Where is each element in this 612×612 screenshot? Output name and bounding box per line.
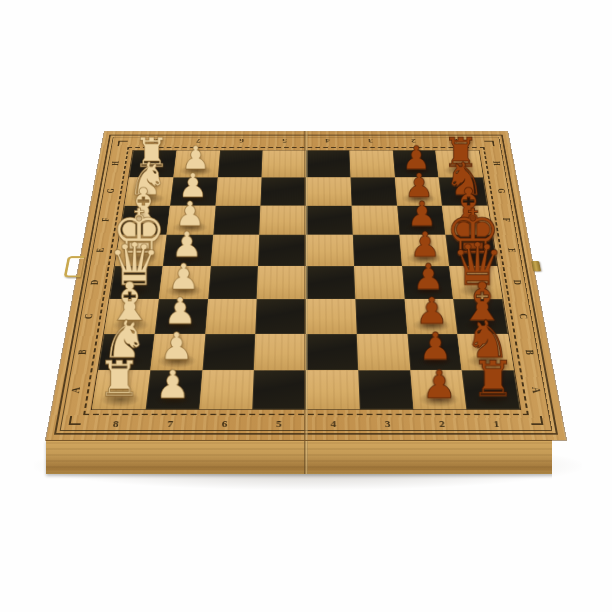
- square-d5[interactable]: [257, 266, 306, 299]
- piece-light-pawn[interactable]: ♟: [168, 259, 200, 293]
- piece-dark-pawn[interactable]: ♟: [412, 259, 444, 293]
- piece-dark-rook[interactable]: ♜: [471, 357, 515, 403]
- square-g4[interactable]: [306, 177, 351, 205]
- square-f4[interactable]: [306, 205, 353, 235]
- square-f3[interactable]: [351, 205, 399, 235]
- square-d6[interactable]: [208, 266, 258, 299]
- piece-light-pawn[interactable]: ♟: [155, 366, 190, 403]
- rank-label: 4: [306, 137, 349, 145]
- rank-label: 4: [306, 417, 361, 430]
- square-b3[interactable]: [357, 334, 410, 371]
- square-c6[interactable]: [205, 299, 257, 334]
- corner-mark-icon: [530, 416, 543, 425]
- rank-label: 5: [263, 137, 306, 145]
- chess-board: 87654321 HGFEDCBA HGFEDCBA 87654321 ♜♟♟♜…: [46, 131, 566, 440]
- rank-label: 6: [197, 417, 252, 430]
- square-a7[interactable]: ♟: [145, 370, 202, 409]
- square-e3[interactable]: [353, 235, 402, 266]
- square-h3[interactable]: [349, 151, 394, 178]
- square-c5[interactable]: [255, 299, 306, 334]
- square-b5[interactable]: [254, 334, 306, 371]
- rank-label: 8: [88, 417, 144, 430]
- square-f5[interactable]: [259, 205, 306, 235]
- brass-catch-icon: [531, 261, 541, 272]
- rank-label: 3: [360, 417, 415, 430]
- rank-label: 5: [251, 417, 306, 430]
- square-c3[interactable]: [355, 299, 407, 334]
- square-g6[interactable]: [215, 177, 262, 205]
- square-g3[interactable]: [350, 177, 397, 205]
- piece-light-pawn[interactable]: ♟: [164, 293, 197, 328]
- corner-mark-icon: [117, 141, 127, 147]
- piece-dark-pawn[interactable]: ♟: [415, 293, 448, 328]
- board-grid: ♜♟♟♜♞♟♟♞♝♟♟♝♚♟♟♚♛♟♟♛♝♟♟♝♞♟♟♞♜♟♟♜: [91, 150, 521, 410]
- front-fold-seam: [304, 441, 308, 474]
- board-front-edge: [46, 440, 566, 474]
- brass-clasp-icon: [64, 256, 85, 277]
- square-a4[interactable]: [306, 370, 360, 409]
- square-g5[interactable]: [261, 177, 306, 205]
- square-a2[interactable]: ♟: [410, 370, 467, 409]
- corner-mark-icon: [484, 141, 494, 147]
- square-c4[interactable]: [306, 299, 357, 334]
- square-h6[interactable]: [217, 151, 262, 178]
- square-f6[interactable]: [213, 205, 261, 235]
- rank-label: 7: [142, 417, 198, 430]
- square-h4[interactable]: [306, 151, 350, 178]
- piece-dark-pawn[interactable]: ♟: [422, 366, 457, 403]
- square-a6[interactable]: [199, 370, 254, 409]
- square-h5[interactable]: [262, 151, 306, 178]
- square-a1[interactable]: ♜: [462, 370, 520, 409]
- square-d3[interactable]: [354, 266, 404, 299]
- square-a5[interactable]: [252, 370, 306, 409]
- rank-label: 3: [349, 137, 392, 145]
- square-e4[interactable]: [306, 235, 354, 266]
- piece-light-pawn[interactable]: ♟: [160, 328, 194, 364]
- square-b4[interactable]: [306, 334, 358, 371]
- square-e6[interactable]: [210, 235, 259, 266]
- square-b6[interactable]: [202, 334, 255, 371]
- piece-dark-pawn[interactable]: ♟: [418, 328, 452, 364]
- square-a8[interactable]: ♜: [92, 370, 150, 409]
- square-e5[interactable]: [258, 235, 306, 266]
- square-d4[interactable]: [306, 266, 355, 299]
- rank-label: 6: [220, 137, 263, 145]
- piece-light-rook[interactable]: ♜: [98, 357, 142, 403]
- square-a3[interactable]: [358, 370, 413, 409]
- front-rank-labels: 87654321: [88, 417, 525, 430]
- product-photo-scene: 87654321 HGFEDCBA HGFEDCBA 87654321 ♜♟♟♜…: [0, 0, 612, 612]
- rank-label: 1: [468, 417, 524, 430]
- rank-label: 2: [414, 417, 470, 430]
- corner-mark-icon: [69, 416, 82, 425]
